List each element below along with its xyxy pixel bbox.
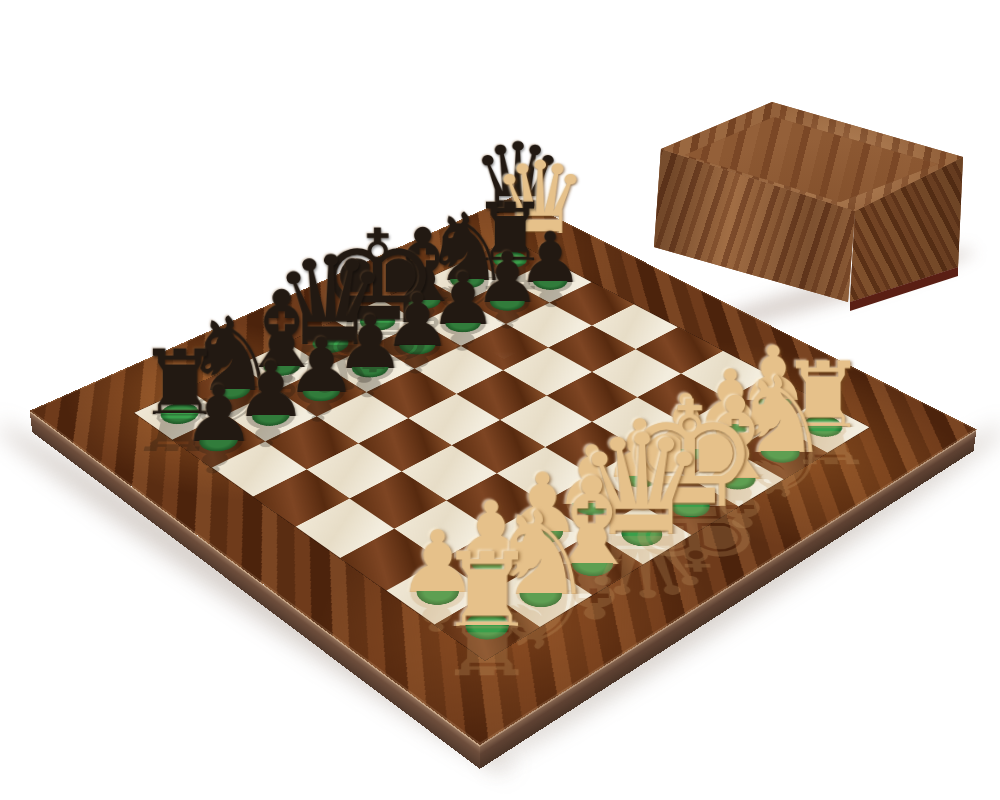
scene: ♜♜♟♟♟♟♜♜♞♞♟♟♟♟♞♞♝♝♟♟♟♟♝♝♚♚♟♟♟♟♚♚♛♛♟♟♟♟♛♛… [0,0,1000,800]
chess-board: ♜♜♟♟♟♟♜♜♞♞♟♟♟♟♞♞♝♝♟♟♟♟♝♝♚♚♟♟♟♟♚♚♛♛♟♟♟♟♛♛… [30,196,977,745]
board-squares: ♜♜♟♟♟♟♜♜♞♞♟♟♟♟♞♞♝♝♟♟♟♟♝♝♚♚♟♟♟♟♚♚♛♛♟♟♟♟♛♛… [134,240,869,660]
square-a1: ♜♜ [435,593,540,660]
